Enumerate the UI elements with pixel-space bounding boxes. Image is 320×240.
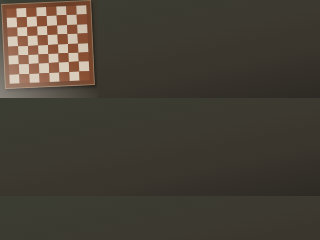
board-square-r2c0[interactable] bbox=[7, 27, 17, 37]
board-square-r4c7[interactable] bbox=[78, 43, 88, 53]
board-square-r6c1[interactable] bbox=[19, 64, 29, 74]
board-square-r0c3[interactable] bbox=[36, 7, 46, 17]
board-square-r1c5[interactable] bbox=[57, 15, 67, 25]
board-square-r0c0[interactable] bbox=[6, 8, 16, 18]
board-square-r2c2[interactable] bbox=[27, 26, 37, 36]
board-square-r2c4[interactable] bbox=[47, 25, 57, 35]
board-square-r3c0[interactable] bbox=[8, 36, 18, 46]
board-square-r5c5[interactable] bbox=[58, 53, 68, 63]
board-square-r7c3[interactable] bbox=[39, 73, 49, 83]
board-square-r6c6[interactable] bbox=[69, 62, 79, 72]
board-square-r4c1[interactable] bbox=[18, 45, 28, 55]
board-square-r0c5[interactable] bbox=[56, 6, 66, 16]
board-square-r7c2[interactable] bbox=[29, 73, 39, 83]
board-square-r0c2[interactable] bbox=[26, 7, 36, 17]
board-square-r5c0[interactable] bbox=[8, 55, 18, 65]
board-square-r6c5[interactable] bbox=[59, 62, 69, 72]
board-square-r0c7[interactable] bbox=[76, 5, 86, 15]
board-square-r4c4[interactable] bbox=[48, 44, 58, 54]
board-square-r2c6[interactable] bbox=[67, 24, 77, 34]
board-square-r3c6[interactable] bbox=[68, 34, 78, 44]
board-square-r3c2[interactable] bbox=[28, 36, 38, 46]
board-square-r7c1[interactable] bbox=[19, 74, 29, 84]
board-square-r5c4[interactable] bbox=[48, 53, 58, 63]
board-square-r6c2[interactable] bbox=[29, 64, 39, 74]
board-square-r3c1[interactable] bbox=[18, 36, 28, 46]
board-square-r7c7[interactable] bbox=[79, 71, 89, 81]
photo-background bbox=[0, 0, 98, 98]
board-square-r1c3[interactable] bbox=[37, 16, 47, 26]
board-square-r1c2[interactable] bbox=[27, 17, 37, 27]
board-square-r6c7[interactable] bbox=[79, 61, 89, 71]
board-square-r1c7[interactable] bbox=[77, 15, 87, 25]
chess-board bbox=[1, 0, 95, 89]
board-square-r7c5[interactable] bbox=[59, 72, 69, 82]
board-square-r2c1[interactable] bbox=[17, 27, 27, 37]
board-square-r3c4[interactable] bbox=[48, 35, 58, 45]
board-square-r0c6[interactable] bbox=[66, 6, 76, 16]
board-square-r5c1[interactable] bbox=[18, 55, 28, 65]
board-square-r2c3[interactable] bbox=[37, 26, 47, 36]
board-square-r1c6[interactable] bbox=[67, 15, 77, 25]
board-square-r4c3[interactable] bbox=[38, 45, 48, 55]
board-square-r0c1[interactable] bbox=[16, 8, 26, 18]
board-square-r1c4[interactable] bbox=[47, 16, 57, 26]
board-square-r5c2[interactable] bbox=[28, 54, 38, 64]
board-square-r5c6[interactable] bbox=[68, 53, 78, 63]
board-square-r4c2[interactable] bbox=[28, 45, 38, 55]
board-square-r7c4[interactable] bbox=[49, 72, 59, 82]
board-square-r7c6[interactable] bbox=[69, 71, 79, 81]
board-square-r3c3[interactable] bbox=[38, 35, 48, 45]
board-square-r2c7[interactable] bbox=[77, 24, 87, 34]
board-square-r5c7[interactable] bbox=[78, 52, 88, 62]
board-square-r6c0[interactable] bbox=[9, 65, 19, 75]
board-square-r6c4[interactable] bbox=[49, 63, 59, 73]
board-square-r1c1[interactable] bbox=[17, 17, 27, 27]
board-square-r1c0[interactable] bbox=[7, 18, 17, 28]
board-square-r6c3[interactable] bbox=[39, 63, 49, 73]
board-square-r3c7[interactable] bbox=[78, 33, 88, 43]
board-square-r0c4[interactable] bbox=[46, 7, 56, 17]
board-square-r2c5[interactable] bbox=[57, 25, 67, 35]
board-square-r4c0[interactable] bbox=[8, 46, 18, 56]
board-square-r5c3[interactable] bbox=[38, 54, 48, 64]
board-square-r4c6[interactable] bbox=[68, 43, 78, 53]
board-square-r7c0[interactable] bbox=[9, 74, 19, 84]
board-squares-grid bbox=[6, 5, 89, 84]
board-square-r4c5[interactable] bbox=[58, 44, 68, 54]
board-square-r3c5[interactable] bbox=[58, 34, 68, 44]
